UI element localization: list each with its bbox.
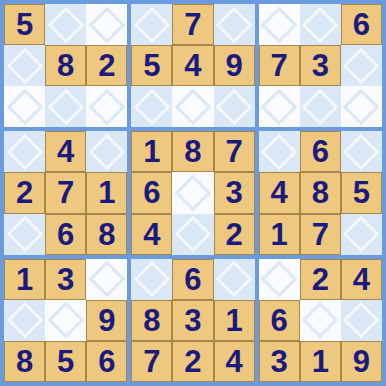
cell-r7c4[interactable]: [131, 259, 172, 300]
cell-r3c4[interactable]: [131, 86, 172, 127]
diamond-icon: [261, 88, 298, 125]
cell-r3c7[interactable]: [259, 86, 300, 127]
cell-r1c7[interactable]: [259, 4, 300, 45]
cell-r5c1[interactable]: 2: [4, 172, 45, 213]
box-9: 246319: [259, 259, 382, 382]
diamond-icon: [133, 261, 170, 298]
diamond-icon: [216, 6, 253, 43]
cell-r8c6[interactable]: 1: [214, 300, 255, 341]
cell-r1c8[interactable]: [300, 4, 341, 45]
cell-r4c6[interactable]: 7: [214, 131, 255, 172]
diamond-icon: [343, 47, 380, 84]
cell-r5c6[interactable]: 3: [214, 172, 255, 213]
cell-r9c4[interactable]: 7: [131, 341, 172, 382]
cell-r1c2[interactable]: [45, 4, 86, 45]
cell-r3c6[interactable]: [214, 86, 255, 127]
cell-r7c6[interactable]: [214, 259, 255, 300]
cell-r3c8[interactable]: [300, 86, 341, 127]
cell-r5c8[interactable]: 8: [300, 172, 341, 213]
diamond-icon: [175, 88, 212, 125]
diamond-icon: [47, 6, 84, 43]
cell-r2c4[interactable]: 5: [131, 45, 172, 86]
cell-r1c3[interactable]: [86, 4, 127, 45]
box-5: 1876342: [131, 131, 254, 254]
cell-r3c1[interactable]: [4, 86, 45, 127]
cell-r1c1[interactable]: 5: [4, 4, 45, 45]
cell-r8c5[interactable]: 3: [172, 300, 213, 341]
cell-r9c9[interactable]: 9: [341, 341, 382, 382]
cell-r6c4[interactable]: 4: [131, 214, 172, 255]
cell-r6c8[interactable]: 7: [300, 214, 341, 255]
cell-r4c4[interactable]: 1: [131, 131, 172, 172]
box-7: 139856: [4, 259, 127, 382]
diamond-icon: [343, 302, 380, 339]
cell-r4c8[interactable]: 6: [300, 131, 341, 172]
cell-r2c9[interactable]: [341, 45, 382, 86]
cell-r9c3[interactable]: 6: [86, 341, 127, 382]
cell-r5c3[interactable]: 1: [86, 172, 127, 213]
diamond-icon: [88, 261, 125, 298]
cell-r9c6[interactable]: 4: [214, 341, 255, 382]
cell-r7c8[interactable]: 2: [300, 259, 341, 300]
cell-r4c1[interactable]: [4, 131, 45, 172]
cell-r5c4[interactable]: 6: [131, 172, 172, 213]
cell-r7c2[interactable]: 3: [45, 259, 86, 300]
cell-r2c8[interactable]: 3: [300, 45, 341, 86]
diamond-icon: [261, 133, 298, 170]
cell-r8c2[interactable]: [45, 300, 86, 341]
cell-r8c1[interactable]: [4, 300, 45, 341]
diamond-icon: [343, 133, 380, 170]
cell-r1c4[interactable]: [131, 4, 172, 45]
cell-r1c6[interactable]: [214, 4, 255, 45]
diamond-icon: [261, 261, 298, 298]
diamond-icon: [302, 88, 339, 125]
cell-r7c3[interactable]: [86, 259, 127, 300]
diamond-icon: [175, 216, 212, 253]
box-1: 582: [4, 4, 127, 127]
diamond-icon: [47, 88, 84, 125]
cell-r7c5[interactable]: 6: [172, 259, 213, 300]
cell-r8c7[interactable]: 6: [259, 300, 300, 341]
cell-r3c9[interactable]: [341, 86, 382, 127]
cell-r3c2[interactable]: [45, 86, 86, 127]
cell-r4c5[interactable]: 8: [172, 131, 213, 172]
cell-r2c2[interactable]: 8: [45, 45, 86, 86]
cell-r3c3[interactable]: [86, 86, 127, 127]
cell-r4c7[interactable]: [259, 131, 300, 172]
diamond-icon: [6, 133, 43, 170]
cell-r5c7[interactable]: 4: [259, 172, 300, 213]
diamond-icon: [6, 88, 43, 125]
cell-r2c5[interactable]: 4: [172, 45, 213, 86]
cell-r6c5[interactable]: [172, 214, 213, 255]
diamond-icon: [343, 216, 380, 253]
cell-r6c7[interactable]: 1: [259, 214, 300, 255]
diamond-icon: [302, 302, 339, 339]
diamond-icon: [133, 6, 170, 43]
box-2: 7549: [131, 4, 254, 127]
cell-r9c5[interactable]: 2: [172, 341, 213, 382]
cell-r6c3[interactable]: 8: [86, 214, 127, 255]
cell-r8c8[interactable]: [300, 300, 341, 341]
cell-r5c5[interactable]: [172, 172, 213, 213]
diamond-icon: [47, 302, 84, 339]
diamond-icon: [343, 88, 380, 125]
cell-r1c9[interactable]: 6: [341, 4, 382, 45]
diamond-icon: [88, 133, 125, 170]
cell-r9c2[interactable]: 5: [45, 341, 86, 382]
cell-r4c2[interactable]: 4: [45, 131, 86, 172]
cell-r4c9[interactable]: [341, 131, 382, 172]
diamond-icon: [6, 216, 43, 253]
diamond-icon: [302, 6, 339, 43]
cell-r2c3[interactable]: 2: [86, 45, 127, 86]
diamond-icon: [88, 6, 125, 43]
diamond-icon: [175, 175, 212, 212]
cell-r9c8[interactable]: 1: [300, 341, 341, 382]
cell-r9c7[interactable]: 3: [259, 341, 300, 382]
cell-r3c5[interactable]: [172, 86, 213, 127]
box-8: 6831724: [131, 259, 254, 382]
cell-r2c7[interactable]: 7: [259, 45, 300, 86]
diamond-icon: [88, 88, 125, 125]
cell-r6c9[interactable]: [341, 214, 382, 255]
diamond-icon: [6, 302, 43, 339]
cell-r6c6[interactable]: 2: [214, 214, 255, 255]
diamond-icon: [216, 261, 253, 298]
cell-r8c9[interactable]: [341, 300, 382, 341]
box-3: 673: [259, 4, 382, 127]
cell-r4c3[interactable]: [86, 131, 127, 172]
cell-r2c1[interactable]: [4, 45, 45, 86]
cell-r2c6[interactable]: 9: [214, 45, 255, 86]
cell-r9c1[interactable]: 8: [4, 341, 45, 382]
diamond-icon: [216, 88, 253, 125]
cell-r7c9[interactable]: 4: [341, 259, 382, 300]
cell-r1c5[interactable]: 7: [172, 4, 213, 45]
diamond-icon: [261, 6, 298, 43]
cell-r5c9[interactable]: 5: [341, 172, 382, 213]
cell-r8c4[interactable]: 8: [131, 300, 172, 341]
box-4: 427168: [4, 131, 127, 254]
cell-r7c7[interactable]: [259, 259, 300, 300]
box-6: 648517: [259, 131, 382, 254]
cell-r5c2[interactable]: 7: [45, 172, 86, 213]
cell-r8c3[interactable]: 9: [86, 300, 127, 341]
sudoku-board: 5827549673427168187634264851713985668317…: [0, 0, 386, 386]
cell-r6c1[interactable]: [4, 214, 45, 255]
cell-r7c1[interactable]: 1: [4, 259, 45, 300]
cell-r6c2[interactable]: 6: [45, 214, 86, 255]
diamond-icon: [133, 88, 170, 125]
diamond-icon: [6, 47, 43, 84]
